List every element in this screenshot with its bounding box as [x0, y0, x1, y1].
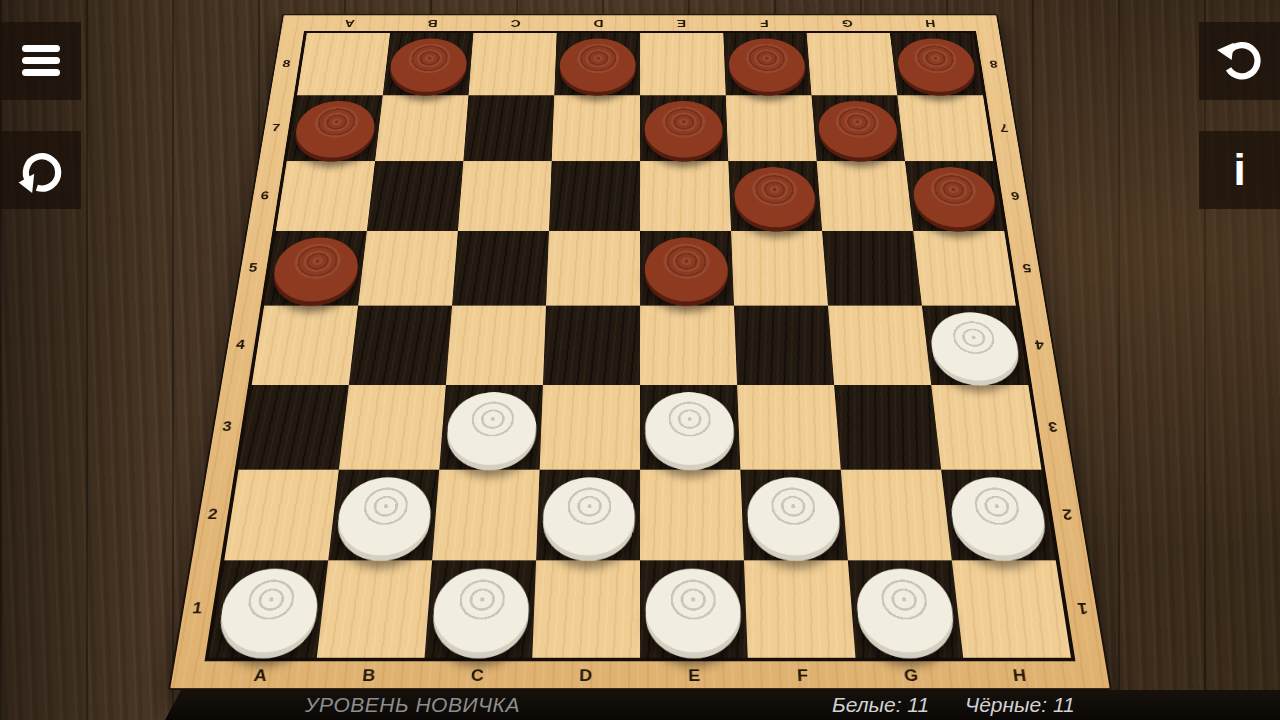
file-label: A — [204, 664, 316, 687]
piece-dark-man-e5[interactable]: ● — [640, 225, 734, 299]
square-f1[interactable] — [744, 560, 856, 657]
file-label: E — [640, 16, 723, 30]
hamburger-icon — [19, 41, 63, 81]
square-c8[interactable] — [468, 33, 556, 95]
square-c3[interactable]: ● — [439, 385, 543, 470]
piece-white-man-c1[interactable]: ● — [425, 553, 536, 650]
square-b2[interactable]: ● — [328, 470, 439, 561]
black-pieces-count: Чёрные: 11 — [965, 693, 1075, 717]
square-a4[interactable] — [252, 306, 358, 385]
square-g3[interactable] — [834, 385, 941, 470]
square-g1[interactable]: ● — [848, 560, 963, 657]
square-d2[interactable]: ● — [536, 470, 640, 561]
square-g7[interactable]: ● — [812, 95, 905, 161]
square-d5[interactable] — [546, 231, 640, 305]
square-b6[interactable] — [367, 161, 464, 231]
info-button[interactable]: i — [1199, 131, 1280, 209]
square-d7[interactable] — [552, 95, 640, 161]
square-h2[interactable]: ● — [941, 470, 1056, 561]
status-bar: УРОВЕНЬ НОВИЧКА Белые: 11 Чёрные: 11 — [165, 690, 1280, 720]
square-e7[interactable]: ● — [640, 95, 728, 161]
square-a3[interactable] — [238, 385, 348, 470]
piece-dark-man-e7[interactable]: ● — [640, 90, 728, 156]
file-label: H — [964, 664, 1076, 687]
piece-white-man-f2[interactable]: ● — [740, 463, 847, 553]
rotate-icon — [16, 145, 66, 195]
square-g4[interactable] — [828, 306, 931, 385]
piece-dark-man-f8[interactable]: ● — [723, 28, 811, 90]
square-b4[interactable] — [349, 306, 452, 385]
level-label: УРОВЕНЬ НОВИЧКА — [305, 693, 520, 717]
piece-white-man-d2[interactable]: ● — [536, 463, 640, 553]
piece-dark-man-d8[interactable]: ● — [554, 28, 640, 90]
black-count-value: 11 — [1053, 693, 1075, 716]
app: ABCDEFGH ABCDEFGH 87654321 87654321 ●●●●… — [0, 0, 1280, 720]
file-label: F — [748, 664, 858, 687]
file-label: A — [307, 16, 392, 30]
menu-button[interactable] — [0, 22, 81, 100]
piece-white-man-c3[interactable]: ● — [440, 378, 543, 462]
square-c7[interactable] — [463, 95, 554, 161]
file-label: E — [640, 664, 749, 687]
file-label: C — [474, 16, 558, 30]
piece-white-man-e3[interactable]: ● — [640, 378, 740, 462]
piece-dark-man-f6[interactable]: ● — [728, 156, 822, 226]
piece-white-man-g1[interactable]: ● — [847, 553, 962, 650]
black-count-label: Чёрные: — [965, 693, 1047, 716]
square-d8[interactable]: ● — [554, 33, 640, 95]
undo-button[interactable] — [1199, 22, 1280, 100]
square-c5[interactable] — [452, 231, 549, 305]
square-d4[interactable] — [543, 306, 640, 385]
square-h6[interactable]: ● — [905, 161, 1004, 231]
square-a7[interactable]: ● — [287, 95, 383, 161]
piece-white-man-h2[interactable]: ● — [940, 463, 1054, 553]
square-d1[interactable] — [532, 560, 640, 657]
square-h8[interactable]: ● — [890, 33, 983, 95]
square-f5[interactable] — [731, 231, 828, 305]
piece-white-man-a1[interactable]: ● — [210, 553, 329, 650]
file-label: B — [313, 664, 424, 687]
file-label: G — [856, 664, 967, 687]
white-count-value: 11 — [907, 693, 929, 716]
square-e3[interactable]: ● — [640, 385, 740, 470]
undo-icon — [1215, 36, 1265, 86]
square-h4[interactable]: ● — [922, 306, 1028, 385]
white-count-label: Белые: — [832, 693, 901, 716]
square-f6[interactable]: ● — [728, 161, 822, 231]
file-label: D — [531, 664, 640, 687]
square-h1[interactable] — [952, 560, 1071, 657]
square-d6[interactable] — [549, 161, 640, 231]
file-label: C — [422, 664, 532, 687]
square-b7[interactable] — [375, 95, 468, 161]
rotate-board-button[interactable] — [0, 131, 81, 209]
square-c1[interactable]: ● — [425, 560, 537, 657]
square-g5[interactable] — [822, 231, 922, 305]
square-f2[interactable]: ● — [740, 470, 847, 561]
square-e1[interactable]: ● — [640, 560, 748, 657]
checkers-board: ABCDEFGH ABCDEFGH 87654321 87654321 ●●●●… — [168, 14, 1112, 690]
square-f8[interactable]: ● — [723, 33, 811, 95]
square-b1[interactable] — [317, 560, 432, 657]
piece-white-man-h4[interactable]: ● — [921, 300, 1027, 379]
square-b5[interactable] — [358, 231, 458, 305]
piece-dark-man-a7[interactable]: ● — [288, 90, 384, 156]
square-f4[interactable] — [734, 306, 834, 385]
piece-dark-man-b8[interactable]: ● — [383, 28, 473, 90]
square-g6[interactable] — [817, 161, 914, 231]
square-a5[interactable]: ● — [264, 231, 367, 305]
piece-dark-man-g7[interactable]: ● — [811, 90, 904, 156]
piece-dark-man-h8[interactable]: ● — [889, 28, 982, 90]
file-label: G — [805, 16, 889, 30]
square-c6[interactable] — [458, 161, 552, 231]
file-labels-bottom: ABCDEFGH — [204, 664, 1075, 687]
piece-dark-man-a5[interactable]: ● — [265, 225, 367, 299]
square-a1[interactable]: ● — [209, 560, 328, 657]
white-pieces-count: Белые: 11 — [832, 693, 929, 717]
piece-white-man-e1[interactable]: ● — [640, 553, 747, 650]
piece-white-man-b2[interactable]: ● — [329, 463, 440, 553]
piece-dark-man-h6[interactable]: ● — [904, 156, 1003, 226]
board-grid: ●●●●●●●●●●●●●●●●●●●●●● — [205, 31, 1076, 661]
square-e5[interactable]: ● — [640, 231, 734, 305]
info-icon: i — [1233, 148, 1245, 192]
square-b8[interactable]: ● — [383, 33, 474, 95]
board-frame: ABCDEFGH ABCDEFGH 87654321 87654321 ●●●●… — [168, 14, 1112, 690]
